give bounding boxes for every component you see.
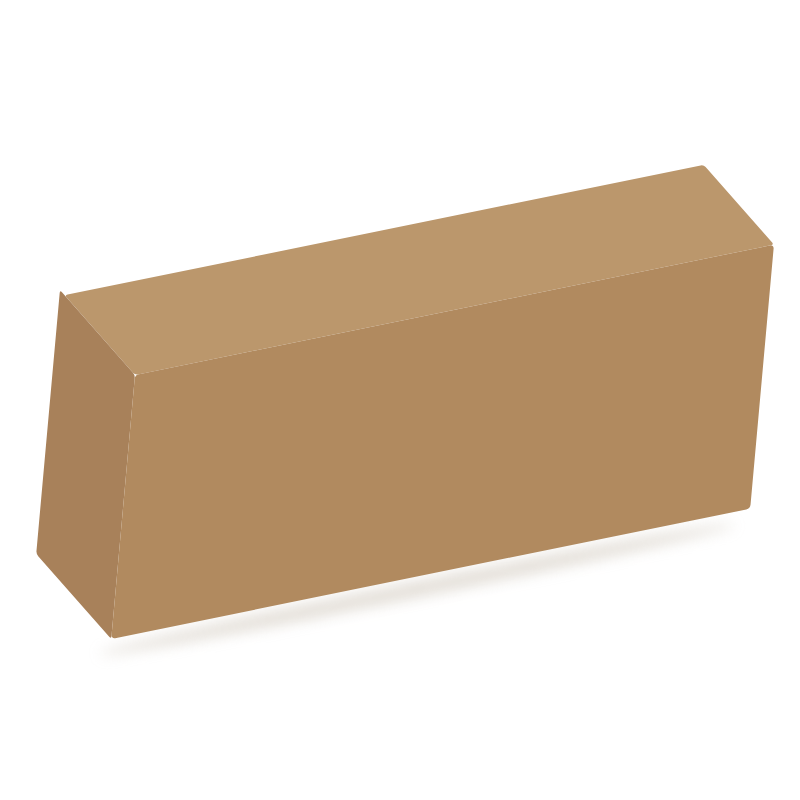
number-tumbling-tower-photo: { "game": "Wooden number tumbling tower …: [0, 0, 800, 800]
